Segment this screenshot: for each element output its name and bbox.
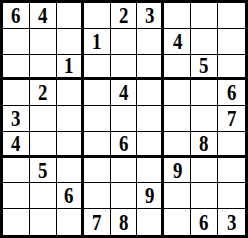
given-digit: 8 xyxy=(119,211,128,234)
cell-r7c9[interactable] xyxy=(218,158,245,184)
cell-r5c9[interactable]: 7 xyxy=(218,106,245,132)
cell-r5c6[interactable] xyxy=(137,106,164,132)
cell-r1c2[interactable]: 4 xyxy=(30,3,57,29)
given-digit: 4 xyxy=(38,4,47,27)
cell-r8c2[interactable] xyxy=(30,183,57,209)
cell-r4c4[interactable] xyxy=(84,80,111,106)
given-digit: 4 xyxy=(173,30,182,53)
given-digit: 4 xyxy=(11,132,20,155)
cell-r8c4[interactable] xyxy=(84,183,111,209)
given-digit: 3 xyxy=(227,211,236,234)
cell-r1c3[interactable] xyxy=(57,3,84,29)
given-digit: 3 xyxy=(145,4,154,27)
cell-r4c6[interactable] xyxy=(137,80,164,106)
given-digit: 5 xyxy=(199,55,208,78)
cell-r2c6[interactable] xyxy=(137,29,164,55)
given-digit: 3 xyxy=(11,107,20,130)
given-digit: 1 xyxy=(92,30,101,53)
cell-r1c8[interactable] xyxy=(191,3,218,29)
cell-r5c4[interactable] xyxy=(84,106,111,132)
cell-r7c7[interactable]: 9 xyxy=(164,158,191,184)
cell-r1c4[interactable] xyxy=(84,3,111,29)
cell-r3c7[interactable] xyxy=(164,55,191,81)
cell-r3c9[interactable] xyxy=(218,55,245,81)
cell-r3c3[interactable]: 1 xyxy=(57,55,84,81)
cell-r9c3[interactable] xyxy=(57,209,84,235)
given-digit: 1 xyxy=(64,55,73,78)
given-digit: 4 xyxy=(119,81,128,104)
cell-r8c7[interactable] xyxy=(164,183,191,209)
cell-r8c8[interactable] xyxy=(191,183,218,209)
cell-r6c4[interactable] xyxy=(84,132,111,158)
given-digit: 9 xyxy=(173,159,182,182)
cell-r4c1[interactable] xyxy=(3,80,30,106)
cell-r6c1[interactable]: 4 xyxy=(3,132,30,158)
cell-r2c4[interactable]: 1 xyxy=(84,29,111,55)
cell-r7c2[interactable]: 5 xyxy=(30,158,57,184)
given-digit: 7 xyxy=(227,107,236,130)
cell-r2c7[interactable]: 4 xyxy=(164,29,191,55)
cell-r7c6[interactable] xyxy=(137,158,164,184)
given-digit: 2 xyxy=(38,81,47,104)
cell-r4c7[interactable] xyxy=(164,80,191,106)
cell-r9c1[interactable] xyxy=(3,209,30,235)
sudoku-board: 642314152463746859697863 xyxy=(0,0,248,238)
cell-r5c3[interactable] xyxy=(57,106,84,132)
cell-r8c3[interactable]: 6 xyxy=(57,183,84,209)
cell-r5c5[interactable] xyxy=(111,106,138,132)
given-digit: 8 xyxy=(199,132,208,155)
cell-r1c9[interactable] xyxy=(218,3,245,29)
cell-r8c1[interactable] xyxy=(3,183,30,209)
cell-r1c6[interactable]: 3 xyxy=(137,3,164,29)
cell-r7c3[interactable] xyxy=(57,158,84,184)
cell-r1c7[interactable] xyxy=(164,3,191,29)
cell-r6c2[interactable] xyxy=(30,132,57,158)
cell-r9c9[interactable]: 3 xyxy=(218,209,245,235)
given-digit: 5 xyxy=(38,159,47,182)
cell-r3c1[interactable] xyxy=(3,55,30,81)
cell-r6c6[interactable] xyxy=(137,132,164,158)
cell-r1c5[interactable]: 2 xyxy=(111,3,138,29)
cell-r7c8[interactable] xyxy=(191,158,218,184)
cell-r9c4[interactable]: 7 xyxy=(84,209,111,235)
cell-r9c2[interactable] xyxy=(30,209,57,235)
given-digit: 2 xyxy=(119,4,128,27)
cell-r4c9[interactable]: 6 xyxy=(218,80,245,106)
cell-r4c3[interactable] xyxy=(57,80,84,106)
cell-r3c6[interactable] xyxy=(137,55,164,81)
given-digit: 9 xyxy=(145,184,154,207)
given-digit: 6 xyxy=(199,211,208,234)
cell-r4c2[interactable]: 2 xyxy=(30,80,57,106)
cell-r6c8[interactable]: 8 xyxy=(191,132,218,158)
cell-r2c3[interactable] xyxy=(57,29,84,55)
cell-r5c7[interactable] xyxy=(164,106,191,132)
cell-r7c4[interactable] xyxy=(84,158,111,184)
cell-r9c7[interactable] xyxy=(164,209,191,235)
cell-r6c9[interactable] xyxy=(218,132,245,158)
cell-r7c1[interactable] xyxy=(3,158,30,184)
cell-r9c5[interactable]: 8 xyxy=(111,209,138,235)
given-digit: 7 xyxy=(92,211,101,234)
cell-r8c5[interactable] xyxy=(111,183,138,209)
given-digit: 6 xyxy=(227,81,236,104)
given-digit: 6 xyxy=(64,184,73,207)
cell-r3c2[interactable] xyxy=(30,55,57,81)
cell-r4c5[interactable]: 4 xyxy=(111,80,138,106)
cell-r9c6[interactable] xyxy=(137,209,164,235)
cell-r9c8[interactable]: 6 xyxy=(191,209,218,235)
cell-r6c7[interactable] xyxy=(164,132,191,158)
cell-r5c8[interactable] xyxy=(191,106,218,132)
cell-r8c6[interactable]: 9 xyxy=(137,183,164,209)
cell-r2c8[interactable] xyxy=(191,29,218,55)
cell-r5c2[interactable] xyxy=(30,106,57,132)
cell-r7c5[interactable] xyxy=(111,158,138,184)
cell-r1c1[interactable]: 6 xyxy=(3,3,30,29)
cell-r6c5[interactable]: 6 xyxy=(111,132,138,158)
cell-r2c5[interactable] xyxy=(111,29,138,55)
given-digit: 6 xyxy=(119,132,128,155)
cell-r2c9[interactable] xyxy=(218,29,245,55)
cell-r4c8[interactable] xyxy=(191,80,218,106)
cell-r8c9[interactable] xyxy=(218,183,245,209)
cell-r5c1[interactable]: 3 xyxy=(3,106,30,132)
given-digit: 6 xyxy=(11,4,20,27)
cell-r3c5[interactable] xyxy=(111,55,138,81)
cell-r6c3[interactable] xyxy=(57,132,84,158)
cell-r3c8[interactable]: 5 xyxy=(191,55,218,81)
cell-r3c4[interactable] xyxy=(84,55,111,81)
cell-r2c1[interactable] xyxy=(3,29,30,55)
cell-r2c2[interactable] xyxy=(30,29,57,55)
